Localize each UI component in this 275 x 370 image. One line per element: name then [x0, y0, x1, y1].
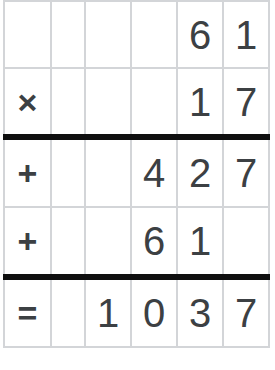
cell-r1-c4	[132, 2, 176, 67]
cell-r1-c3	[86, 2, 130, 67]
plus-sign-cell-1: +	[5, 140, 50, 206]
cell-r2-c2	[52, 69, 84, 134]
cell-r3-c3	[86, 140, 130, 206]
plus-sign-cell-2: +	[5, 208, 50, 274]
cell-r1-c2	[52, 2, 84, 67]
multiply-sign-cell: ×	[5, 69, 50, 134]
partial1-tens-digit: 2	[178, 140, 222, 206]
multiplier-tens-digit: 1	[178, 69, 222, 134]
cell-r5-c2	[52, 280, 84, 346]
cell-r4-c3	[86, 208, 130, 274]
product-row: = 1 0 3 7	[5, 280, 268, 346]
multiplier-ones-digit: 7	[224, 69, 268, 134]
partial2-hundreds-digit: 6	[132, 208, 176, 274]
product-ones-digit: 7	[224, 280, 268, 346]
partial1-hundreds-digit: 4	[132, 140, 176, 206]
cell-r3-c2	[52, 140, 84, 206]
long-multiplication-board: 6 1 × 1 7 + 4 2 7 + 6 1 = 1 0 3 7	[3, 0, 270, 348]
operand-rows: 6 1 × 1 7	[5, 2, 268, 134]
product-tens-digit: 3	[178, 280, 222, 346]
multiplicand-ones-digit: 1	[224, 2, 268, 67]
cell-r1-c1	[5, 2, 50, 67]
equals-sign-cell: =	[5, 280, 50, 346]
cell-r4-c6	[224, 208, 268, 274]
cell-r2-c3	[86, 69, 130, 134]
multiplicand-tens-digit: 6	[178, 2, 222, 67]
cell-r2-c4	[132, 69, 176, 134]
partial1-ones-digit: 7	[224, 140, 268, 206]
product-thousands-digit: 1	[86, 280, 130, 346]
product-hundreds-digit: 0	[132, 280, 176, 346]
partial-product-rows: + 4 2 7 + 6 1	[5, 140, 268, 274]
cell-r4-c2	[52, 208, 84, 274]
partial2-tens-digit: 1	[178, 208, 222, 274]
